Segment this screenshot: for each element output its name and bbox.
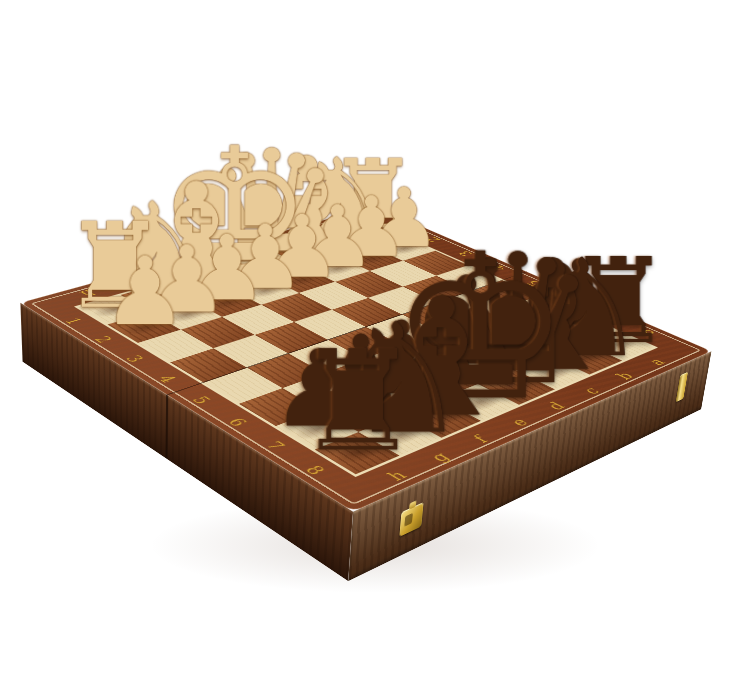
brass-latch xyxy=(399,502,423,537)
square-h8[interactable]: ♜ xyxy=(315,432,400,474)
coord-rank-3-left: 3 xyxy=(121,353,148,364)
coord-rank-4-left: 4 xyxy=(154,373,181,384)
brass-hinge xyxy=(676,372,688,403)
coord-rank-8-left: 8 xyxy=(300,463,330,477)
chess-box: ♜♞♝♚♛♝♞♜♟♟♟♟♟♟♟♟♟♟♟♟♟♟♟♟♜♞♝♚♛♝♞♜ 11hh22g… xyxy=(105,66,628,589)
coord-rank-1-left: 1 xyxy=(61,316,87,326)
board-frame: ♜♞♝♚♛♝♞♜♟♟♟♟♟♟♟♟♟♟♟♟♟♟♟♟♜♞♝♚♛♝♞♜ 11hh22g… xyxy=(20,206,711,512)
coord-file-h-near: h xyxy=(382,468,411,484)
coord-rank-7-left: 7 xyxy=(261,438,290,451)
coord-rank-2-left: 2 xyxy=(90,334,116,344)
coord-file-a-near: a xyxy=(644,356,669,367)
coord-file-g-near: g xyxy=(425,449,454,464)
product-photo-stage: ♜♞♝♚♛♝♞♜♟♟♟♟♟♟♟♟♟♟♟♟♟♟♟♟♜♞♝♚♛♝♞♜ 11hh22g… xyxy=(0,0,750,700)
fold-seam-side xyxy=(165,394,168,459)
coord-file-f-near: f xyxy=(468,433,492,445)
coord-rank-6-left: 6 xyxy=(223,415,251,428)
black-rook-h8[interactable]: ♜ xyxy=(295,331,420,470)
coord-rank-5-left: 5 xyxy=(188,394,216,406)
chess-board: ♜♞♝♚♛♝♞♜♟♟♟♟♟♟♟♟♟♟♟♟♟♟♟♟♜♞♝♚♛♝♞♜ 11hh22g… xyxy=(20,206,711,512)
white-pawn-h2[interactable]: ♟ xyxy=(102,245,186,339)
